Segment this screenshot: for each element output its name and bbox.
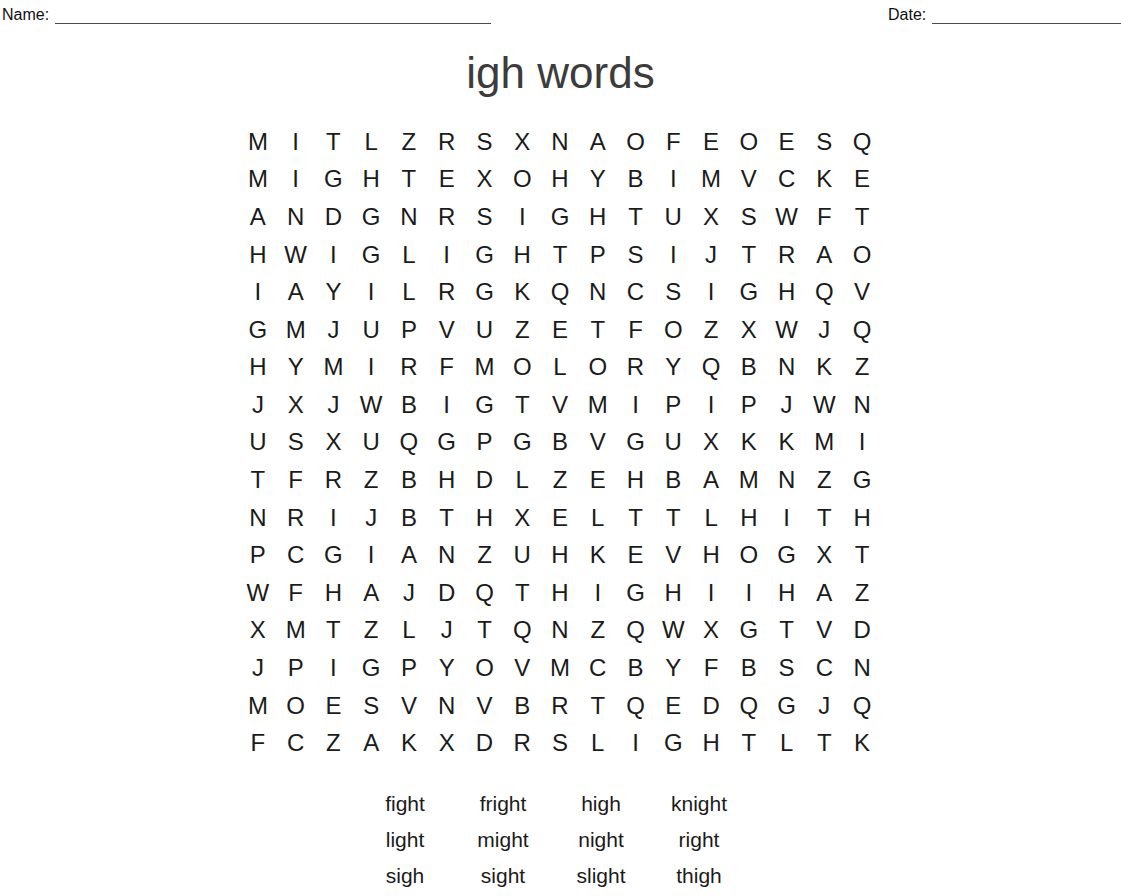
grid-cell-r4c13: J [692, 236, 730, 274]
grid-cell-r14c17: D [843, 612, 881, 650]
grid-cell-r15c7: O [466, 649, 504, 687]
grid-cell-r4c16: A [805, 236, 843, 274]
grid-cell-r9c10: V [579, 424, 617, 462]
grid-cell-r8c2: X [277, 386, 315, 424]
grid-cell-r5c7: G [466, 273, 504, 311]
grid-cell-r4c11: S [617, 236, 655, 274]
grid-cell-r13c17: Z [843, 574, 881, 612]
grid-cell-r11c2: R [277, 499, 315, 537]
grid-cell-r5c1: I [239, 273, 277, 311]
grid-cell-r10c2: F [277, 461, 315, 499]
grid-cell-r10c10: E [579, 461, 617, 499]
grid-cell-r3c3: D [315, 198, 353, 236]
name-field: Name: [2, 6, 491, 24]
grid-cell-r14c2: M [277, 612, 315, 650]
grid-cell-r13c1: W [239, 574, 277, 612]
grid-cell-r11c13: L [692, 499, 730, 537]
grid-cell-r5c6: R [428, 273, 466, 311]
grid-cell-r11c14: H [730, 499, 768, 537]
grid-cell-r1c10: A [579, 123, 617, 161]
grid-cell-r1c5: Z [390, 123, 428, 161]
grid-cell-r17c1: F [239, 724, 277, 762]
grid-cell-r16c12: E [654, 687, 692, 725]
grid-cell-r16c2: O [277, 687, 315, 725]
grid-cell-r16c14: Q [730, 687, 768, 725]
grid-cell-r15c3: I [315, 649, 353, 687]
grid-cell-r11c17: H [843, 499, 881, 537]
grid-cell-r8c11: I [617, 386, 655, 424]
grid-cell-r2c6: E [428, 161, 466, 199]
grid-cell-r6c11: F [617, 311, 655, 349]
grid-cell-r3c8: I [503, 198, 541, 236]
grid-cell-r11c8: X [503, 499, 541, 537]
word-list-item-light: light [356, 826, 454, 854]
grid-cell-r12c12: V [654, 536, 692, 574]
grid-cell-r11c7: H [466, 499, 504, 537]
grid-cell-r8c16: W [805, 386, 843, 424]
grid-cell-r13c5: J [390, 574, 428, 612]
grid-cell-r9c13: X [692, 424, 730, 462]
grid-cell-r14c7: T [466, 612, 504, 650]
grid-cell-r15c1: J [239, 649, 277, 687]
grid-cell-r16c11: Q [617, 687, 655, 725]
grid-cell-r2c2: I [277, 161, 315, 199]
grid-cell-r1c4: L [352, 123, 390, 161]
grid-cell-r12c17: T [843, 536, 881, 574]
grid-cell-r5c2: A [277, 273, 315, 311]
grid-cell-r6c7: U [466, 311, 504, 349]
grid-cell-r9c11: G [617, 424, 655, 462]
grid-cell-r10c6: H [428, 461, 466, 499]
grid-cell-r9c1: U [239, 424, 277, 462]
grid-cell-r9c6: G [428, 424, 466, 462]
grid-cell-r12c3: G [315, 536, 353, 574]
word-list-item-knight: knight [650, 790, 748, 818]
grid-cell-r2c3: G [315, 161, 353, 199]
grid-cell-r2c15: C [768, 161, 806, 199]
grid-cell-r3c14: S [730, 198, 768, 236]
grid-cell-r7c17: Z [843, 349, 881, 387]
grid-cell-r12c16: X [805, 536, 843, 574]
grid-cell-r7c7: M [466, 349, 504, 387]
grid-cell-r1c17: Q [843, 123, 881, 161]
grid-cell-r16c16: J [805, 687, 843, 725]
grid-cell-r10c11: H [617, 461, 655, 499]
grid-cell-r5c16: Q [805, 273, 843, 311]
name-label: Name: [2, 7, 49, 24]
grid-cell-r16c3: E [315, 687, 353, 725]
grid-cell-r2c16: K [805, 161, 843, 199]
grid-cell-r17c12: G [654, 724, 692, 762]
grid-cell-r10c4: Z [352, 461, 390, 499]
grid-cell-r6c5: P [390, 311, 428, 349]
grid-cell-r10c5: B [390, 461, 428, 499]
grid-cell-r17c16: T [805, 724, 843, 762]
grid-cell-r7c16: K [805, 349, 843, 387]
grid-cell-r7c13: Q [692, 349, 730, 387]
grid-cell-r5c15: H [768, 273, 806, 311]
grid-cell-r11c9: E [541, 499, 579, 537]
grid-cell-r2c13: M [692, 161, 730, 199]
grid-cell-r4c12: I [654, 236, 692, 274]
grid-cell-r17c7: D [466, 724, 504, 762]
grid-cell-r1c7: S [466, 123, 504, 161]
grid-cell-r1c14: O [730, 123, 768, 161]
grid-cell-r8c8: T [503, 386, 541, 424]
grid-cell-r5c11: C [617, 273, 655, 311]
grid-cell-r8c17: N [843, 386, 881, 424]
grid-cell-r8c12: P [654, 386, 692, 424]
word-list-item-fight: fight [356, 790, 454, 818]
grid-cell-r1c6: R [428, 123, 466, 161]
grid-cell-r1c13: E [692, 123, 730, 161]
grid-cell-r13c15: H [768, 574, 806, 612]
word-list: fightfrighthighknightlightmightnightrigh… [356, 790, 748, 890]
grid-cell-r5c17: V [843, 273, 881, 311]
grid-cell-r17c11: I [617, 724, 655, 762]
grid-cell-r13c12: H [654, 574, 692, 612]
grid-cell-r12c14: O [730, 536, 768, 574]
grid-cell-r2c14: V [730, 161, 768, 199]
grid-cell-r10c9: Z [541, 461, 579, 499]
word-search-grid: MITLZRSXNAOFEOESQMIGHTEXOHYBIMVCKEANDGNR… [239, 123, 881, 762]
grid-cell-r12c2: C [277, 536, 315, 574]
grid-cell-r8c4: W [352, 386, 390, 424]
grid-cell-r16c9: R [541, 687, 579, 725]
grid-cell-r7c15: N [768, 349, 806, 387]
grid-cell-r1c9: N [541, 123, 579, 161]
word-list-item-slight: slight [552, 862, 650, 890]
grid-cell-r4c5: L [390, 236, 428, 274]
grid-cell-r6c6: V [428, 311, 466, 349]
grid-cell-r9c17: I [843, 424, 881, 462]
grid-cell-r7c1: H [239, 349, 277, 387]
grid-cell-r15c15: S [768, 649, 806, 687]
grid-cell-r12c1: P [239, 536, 277, 574]
grid-cell-r9c4: U [352, 424, 390, 462]
grid-cell-r8c13: I [692, 386, 730, 424]
grid-cell-r3c13: X [692, 198, 730, 236]
grid-cell-r15c13: F [692, 649, 730, 687]
grid-cell-r13c16: A [805, 574, 843, 612]
grid-cell-r12c7: Z [466, 536, 504, 574]
grid-cell-r13c4: A [352, 574, 390, 612]
grid-cell-r17c9: S [541, 724, 579, 762]
grid-cell-r12c6: N [428, 536, 466, 574]
grid-cell-r17c8: R [503, 724, 541, 762]
grid-cell-r15c9: M [541, 649, 579, 687]
grid-cell-r3c15: W [768, 198, 806, 236]
grid-cell-r12c15: G [768, 536, 806, 574]
grid-cell-r15c4: G [352, 649, 390, 687]
grid-cell-r11c1: N [239, 499, 277, 537]
date-blank-line [932, 6, 1121, 24]
grid-cell-r10c16: Z [805, 461, 843, 499]
grid-cell-r12c13: H [692, 536, 730, 574]
grid-cell-r9c7: P [466, 424, 504, 462]
grid-cell-r13c7: Q [466, 574, 504, 612]
word-list-item-might: might [454, 826, 552, 854]
grid-cell-r6c17: Q [843, 311, 881, 349]
grid-cell-r9c15: K [768, 424, 806, 462]
grid-cell-r1c8: X [503, 123, 541, 161]
grid-cell-r14c5: L [390, 612, 428, 650]
grid-cell-r8c10: M [579, 386, 617, 424]
grid-cell-r17c4: A [352, 724, 390, 762]
grid-cell-r2c17: E [843, 161, 881, 199]
grid-cell-r8c6: I [428, 386, 466, 424]
grid-cell-r15c10: C [579, 649, 617, 687]
grid-cell-r11c11: T [617, 499, 655, 537]
grid-cell-r1c2: I [277, 123, 315, 161]
grid-cell-r10c1: T [239, 461, 277, 499]
grid-cell-r13c6: D [428, 574, 466, 612]
grid-cell-r17c17: K [843, 724, 881, 762]
grid-cell-r17c15: L [768, 724, 806, 762]
grid-cell-r5c13: I [692, 273, 730, 311]
grid-cell-r4c15: R [768, 236, 806, 274]
grid-cell-r13c9: H [541, 574, 579, 612]
grid-cell-r5c8: K [503, 273, 541, 311]
grid-cell-r17c2: C [277, 724, 315, 762]
grid-cell-r2c4: H [352, 161, 390, 199]
grid-cell-r7c6: F [428, 349, 466, 387]
grid-cell-r14c11: Q [617, 612, 655, 650]
word-list-item-night: night [552, 826, 650, 854]
grid-cell-r3c4: G [352, 198, 390, 236]
grid-cell-r6c3: J [315, 311, 353, 349]
grid-cell-r3c2: N [277, 198, 315, 236]
grid-cell-r8c7: G [466, 386, 504, 424]
grid-cell-r10c17: G [843, 461, 881, 499]
grid-cell-r9c8: G [503, 424, 541, 462]
word-list-item-right: right [650, 826, 748, 854]
word-list-item-thigh: thigh [650, 862, 748, 890]
grid-cell-r6c1: G [239, 311, 277, 349]
word-list-item-sight: sight [454, 862, 552, 890]
grid-cell-r3c16: F [805, 198, 843, 236]
grid-cell-r17c14: T [730, 724, 768, 762]
grid-cell-r1c1: M [239, 123, 277, 161]
grid-cell-r14c12: W [654, 612, 692, 650]
grid-cell-r1c12: F [654, 123, 692, 161]
grid-cell-r13c14: I [730, 574, 768, 612]
puzzle-title: igh words [0, 48, 1121, 98]
grid-cell-r17c10: L [579, 724, 617, 762]
grid-cell-r16c15: G [768, 687, 806, 725]
grid-cell-r14c3: T [315, 612, 353, 650]
grid-cell-r13c8: T [503, 574, 541, 612]
grid-cell-r7c4: I [352, 349, 390, 387]
grid-cell-r2c10: Y [579, 161, 617, 199]
grid-cell-r14c9: N [541, 612, 579, 650]
grid-cell-r1c11: O [617, 123, 655, 161]
grid-cell-r11c4: J [352, 499, 390, 537]
grid-cell-r17c5: K [390, 724, 428, 762]
grid-cell-r8c1: J [239, 386, 277, 424]
grid-cell-r14c4: Z [352, 612, 390, 650]
grid-cell-r5c9: Q [541, 273, 579, 311]
grid-cell-r6c2: M [277, 311, 315, 349]
grid-cell-r6c13: Z [692, 311, 730, 349]
grid-cell-r15c14: B [730, 649, 768, 687]
grid-cell-r14c1: X [239, 612, 277, 650]
grid-cell-r15c17: N [843, 649, 881, 687]
grid-cell-r13c3: H [315, 574, 353, 612]
grid-cell-r2c8: O [503, 161, 541, 199]
grid-cell-r6c16: J [805, 311, 843, 349]
grid-cell-r5c10: N [579, 273, 617, 311]
grid-cell-r3c12: U [654, 198, 692, 236]
grid-cell-r14c10: Z [579, 612, 617, 650]
grid-cell-r4c2: W [277, 236, 315, 274]
grid-cell-r2c9: H [541, 161, 579, 199]
grid-cell-r10c13: A [692, 461, 730, 499]
grid-cell-r5c14: G [730, 273, 768, 311]
grid-cell-r4c17: O [843, 236, 881, 274]
grid-cell-r5c5: L [390, 273, 428, 311]
grid-cell-r11c12: T [654, 499, 692, 537]
grid-cell-r12c10: K [579, 536, 617, 574]
grid-cell-r4c3: I [315, 236, 353, 274]
grid-cell-r11c16: T [805, 499, 843, 537]
grid-cell-r6c4: U [352, 311, 390, 349]
grid-cell-r6c14: X [730, 311, 768, 349]
grid-cell-r6c12: O [654, 311, 692, 349]
grid-cell-r11c6: T [428, 499, 466, 537]
grid-cell-r14c6: J [428, 612, 466, 650]
grid-cell-r10c8: L [503, 461, 541, 499]
grid-cell-r16c10: T [579, 687, 617, 725]
grid-cell-r1c15: E [768, 123, 806, 161]
grid-cell-r7c14: B [730, 349, 768, 387]
grid-cell-r7c11: R [617, 349, 655, 387]
grid-cell-r9c16: M [805, 424, 843, 462]
grid-cell-r16c5: V [390, 687, 428, 725]
grid-cell-r9c2: S [277, 424, 315, 462]
grid-cell-r16c8: B [503, 687, 541, 725]
grid-cell-r7c2: Y [277, 349, 315, 387]
grid-cell-r16c13: D [692, 687, 730, 725]
grid-cell-r2c11: B [617, 161, 655, 199]
grid-cell-r4c1: H [239, 236, 277, 274]
grid-cell-r1c3: T [315, 123, 353, 161]
grid-cell-r9c14: K [730, 424, 768, 462]
grid-cell-r3c5: N [390, 198, 428, 236]
name-blank-line [55, 6, 491, 24]
grid-cell-r4c10: P [579, 236, 617, 274]
grid-cell-r10c7: D [466, 461, 504, 499]
grid-cell-r15c8: V [503, 649, 541, 687]
word-list-item-high: high [552, 790, 650, 818]
grid-cell-r5c3: Y [315, 273, 353, 311]
grid-cell-r3c7: S [466, 198, 504, 236]
word-list-item-fright: fright [454, 790, 552, 818]
grid-cell-r17c13: H [692, 724, 730, 762]
grid-cell-r11c15: I [768, 499, 806, 537]
grid-cell-r12c8: U [503, 536, 541, 574]
grid-cell-r7c8: O [503, 349, 541, 387]
grid-cell-r16c1: M [239, 687, 277, 725]
grid-cell-r15c12: Y [654, 649, 692, 687]
grid-cell-r17c6: X [428, 724, 466, 762]
grid-cell-r14c8: Q [503, 612, 541, 650]
grid-cell-r16c4: S [352, 687, 390, 725]
grid-cell-r7c5: R [390, 349, 428, 387]
grid-cell-r5c4: I [352, 273, 390, 311]
grid-cell-r15c11: B [617, 649, 655, 687]
date-field: Date: [888, 6, 1121, 24]
grid-cell-r17c3: Z [315, 724, 353, 762]
grid-cell-r8c15: J [768, 386, 806, 424]
grid-cell-r2c7: X [466, 161, 504, 199]
grid-cell-r6c10: T [579, 311, 617, 349]
grid-cell-r3c6: R [428, 198, 466, 236]
grid-cell-r2c1: M [239, 161, 277, 199]
grid-cell-r10c14: M [730, 461, 768, 499]
grid-cell-r8c3: J [315, 386, 353, 424]
grid-cell-r4c6: I [428, 236, 466, 274]
grid-cell-r9c9: B [541, 424, 579, 462]
grid-cell-r3c10: H [579, 198, 617, 236]
grid-cell-r3c9: G [541, 198, 579, 236]
grid-cell-r13c2: F [277, 574, 315, 612]
grid-cell-r10c12: B [654, 461, 692, 499]
grid-cell-r13c11: G [617, 574, 655, 612]
grid-cell-r6c15: W [768, 311, 806, 349]
grid-cell-r15c2: P [277, 649, 315, 687]
grid-cell-r10c15: N [768, 461, 806, 499]
grid-cell-r12c11: E [617, 536, 655, 574]
grid-cell-r16c7: V [466, 687, 504, 725]
grid-cell-r7c10: O [579, 349, 617, 387]
grid-cell-r13c13: I [692, 574, 730, 612]
grid-cell-r1c16: S [805, 123, 843, 161]
grid-cell-r7c12: Y [654, 349, 692, 387]
grid-cell-r14c15: T [768, 612, 806, 650]
grid-cell-r3c11: T [617, 198, 655, 236]
grid-cell-r16c6: N [428, 687, 466, 725]
grid-cell-r14c13: X [692, 612, 730, 650]
grid-cell-r15c16: C [805, 649, 843, 687]
grid-cell-r4c14: T [730, 236, 768, 274]
grid-cell-r11c5: B [390, 499, 428, 537]
grid-cell-r4c8: H [503, 236, 541, 274]
grid-cell-r12c9: H [541, 536, 579, 574]
grid-cell-r15c6: Y [428, 649, 466, 687]
grid-cell-r10c3: R [315, 461, 353, 499]
grid-cell-r14c16: V [805, 612, 843, 650]
grid-cell-r4c9: T [541, 236, 579, 274]
grid-cell-r14c14: G [730, 612, 768, 650]
grid-cell-r12c5: A [390, 536, 428, 574]
grid-cell-r9c5: Q [390, 424, 428, 462]
grid-cell-r11c3: I [315, 499, 353, 537]
grid-cell-r3c1: A [239, 198, 277, 236]
grid-cell-r15c5: P [390, 649, 428, 687]
grid-cell-r8c5: B [390, 386, 428, 424]
grid-cell-r12c4: I [352, 536, 390, 574]
grid-cell-r9c12: U [654, 424, 692, 462]
grid-cell-r2c5: T [390, 161, 428, 199]
grid-cell-r7c9: L [541, 349, 579, 387]
grid-cell-r6c8: Z [503, 311, 541, 349]
grid-cell-r5c12: S [654, 273, 692, 311]
grid-cell-r16c17: Q [843, 687, 881, 725]
grid-cell-r8c9: V [541, 386, 579, 424]
grid-cell-r3c17: T [843, 198, 881, 236]
grid-cell-r11c10: L [579, 499, 617, 537]
